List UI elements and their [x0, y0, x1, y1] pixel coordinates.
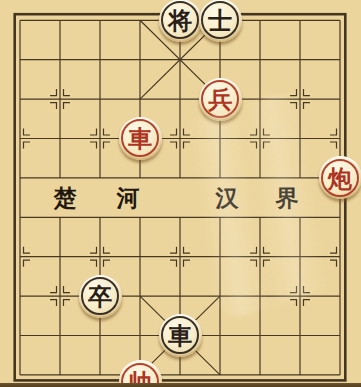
red-cannon[interactable]: 炮: [319, 156, 361, 199]
black-soldier[interactable]: 卒: [79, 275, 122, 318]
piece-glyph: 兵: [208, 88, 232, 112]
xiangqi-board: 楚 河 汉 界 将士兵車炮卒車帅: [0, 0, 361, 387]
black-general[interactable]: 将: [159, 0, 202, 42]
piece-glyph: 車: [128, 127, 152, 151]
black-advisor[interactable]: 士: [199, 0, 242, 42]
piece-glyph: 将: [168, 9, 192, 33]
piece-glyph: 車: [168, 324, 192, 348]
piece-glyph: 士: [208, 9, 232, 33]
red-chariot[interactable]: 車: [119, 117, 162, 160]
bottom-edge-strip: [0, 383, 361, 387]
piece-layer: 将士兵車炮卒車帅: [0, 1, 360, 387]
black-chariot[interactable]: 車: [159, 314, 202, 357]
piece-glyph: 炮: [328, 166, 352, 190]
red-soldier[interactable]: 兵: [199, 78, 242, 121]
piece-glyph: 卒: [88, 285, 112, 309]
